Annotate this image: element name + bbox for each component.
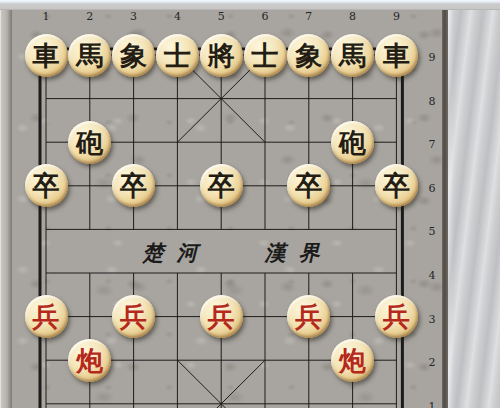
file-label-7: 7 [305, 11, 312, 22]
rank-label-3: 3 [429, 313, 436, 324]
piece-black-soldier-file1-rank6[interactable]: 卒 [25, 164, 68, 207]
piece-black-soldier-file9-rank6[interactable]: 卒 [375, 164, 418, 207]
rank-label-8: 8 [429, 95, 436, 106]
rank-label-5: 5 [429, 226, 436, 237]
rank-label-9: 9 [429, 52, 436, 63]
file-label-8: 8 [349, 11, 356, 22]
file-label-2: 2 [86, 11, 93, 22]
piece-red-soldier-file3-rank3[interactable]: 兵 [112, 295, 155, 338]
piece-black-horse-file8-rank9[interactable]: 馬 [331, 34, 374, 77]
piece-black-elephant-file3-rank9[interactable]: 象 [112, 34, 155, 77]
rank-label-7: 7 [429, 139, 436, 150]
piece-black-chariot-file1-rank9[interactable]: 車 [25, 34, 68, 77]
file-label-6: 6 [262, 11, 269, 22]
file-label-3: 3 [130, 11, 137, 22]
rank-label-1: 1 [429, 400, 436, 408]
window-left-border [0, 3, 12, 408]
window-right-margin-texture [448, 10, 500, 408]
rank-label-2: 2 [429, 357, 436, 368]
rank-label-6: 6 [429, 182, 436, 193]
piece-black-elephant-file7-rank9[interactable]: 象 [287, 34, 330, 77]
river-label-right: 漢界 [252, 242, 333, 263]
river-label-left: 楚河 [130, 242, 211, 263]
piece-red-soldier-file5-rank3[interactable]: 兵 [200, 295, 243, 338]
piece-black-advisor-file6-rank9[interactable]: 士 [244, 34, 287, 77]
piece-red-cannon-file8-rank2[interactable]: 炮 [331, 339, 374, 382]
piece-black-chariot-file9-rank9[interactable]: 車 [375, 34, 418, 77]
file-label-5: 5 [218, 11, 225, 22]
piece-red-cannon-file2-rank2[interactable]: 炮 [68, 339, 111, 382]
file-label-1: 1 [43, 11, 50, 22]
file-label-9: 9 [393, 11, 400, 22]
piece-black-advisor-file4-rank9[interactable]: 士 [156, 34, 199, 77]
piece-red-soldier-file1-rank3[interactable]: 兵 [25, 295, 68, 338]
piece-red-soldier-file9-rank3[interactable]: 兵 [375, 295, 418, 338]
xiangqi-app-window: 楚河 漢界 123456789987654321 車馬象士將士象馬車砲砲卒卒卒卒… [0, 0, 500, 408]
piece-black-soldier-file5-rank6[interactable]: 卒 [200, 164, 243, 207]
window-top-edge [0, 0, 500, 10]
piece-black-cannon-file2-rank7[interactable]: 砲 [68, 121, 111, 164]
piece-black-cannon-file8-rank7[interactable]: 砲 [331, 121, 374, 164]
piece-black-general-file5-rank9[interactable]: 將 [200, 34, 243, 77]
file-label-4: 4 [174, 11, 181, 22]
piece-black-horse-file2-rank9[interactable]: 馬 [68, 34, 111, 77]
rank-label-4: 4 [429, 270, 436, 281]
